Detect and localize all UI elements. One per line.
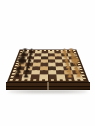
- square: [56, 75, 65, 80]
- checkered-trim-border: ♜♟♟♜♞♟♟♞♝♟♟♝♛♟♟♛♚♟♟♚♝♟♟♝♞♟♟♞♜♟♟♜: [9, 50, 86, 81]
- square: [55, 70, 64, 74]
- chess-board: ♜♟♟♜♞♟♟♞♝♟♟♝♛♟♟♛♚♟♟♚♝♟♟♝♞♟♟♞♜♟♟♜: [7, 50, 89, 82]
- square: ♟: [64, 75, 74, 80]
- white-pawn: ♟: [65, 72, 74, 79]
- square: [31, 70, 40, 74]
- square: ♜: [73, 75, 83, 80]
- board-front-edge: [6, 82, 90, 90]
- board-grid: ♜♟♟♜♞♟♟♞♝♟♟♝♛♟♟♛♚♟♟♚♝♟♟♝♞♟♟♞♜♟♟♜: [12, 51, 82, 79]
- board-scene: ♜♟♟♜♞♟♟♞♝♟♟♝♛♟♟♛♚♟♟♚♝♟♟♝♞♟♟♞♜♟♟♜: [7, 0, 89, 82]
- square: [30, 75, 39, 80]
- square: [39, 75, 48, 80]
- square: [48, 70, 56, 74]
- square: [39, 70, 47, 74]
- black-rook: ♜: [12, 71, 21, 79]
- black-pawn: ♟: [21, 72, 30, 79]
- white-rook: ♜: [74, 71, 83, 79]
- fold-seam: [47, 51, 48, 79]
- board-shadow: [8, 90, 88, 93]
- square: ♟: [21, 75, 31, 80]
- chess-set-product-photo: ♜♟♟♜♞♟♟♞♝♟♟♝♛♟♟♛♚♟♟♚♝♟♟♝♞♟♟♞♜♟♟♜: [0, 0, 95, 126]
- square: [48, 75, 57, 80]
